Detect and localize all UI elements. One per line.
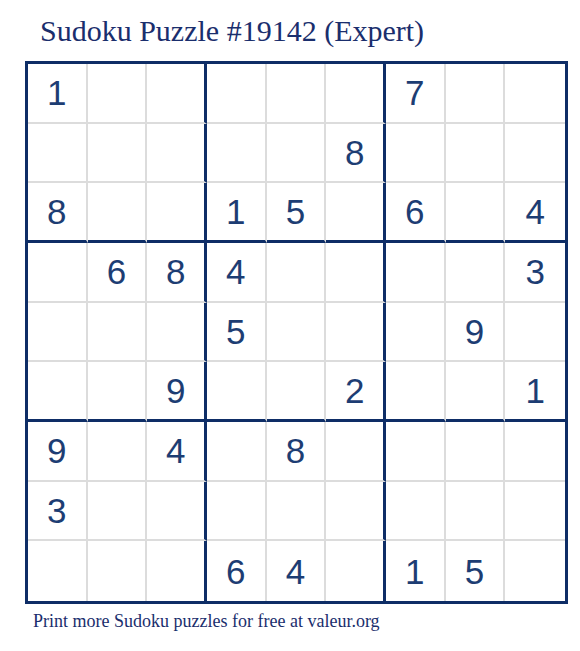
cell-r7c4 (207, 422, 267, 482)
cell-r7c6 (326, 422, 386, 482)
cell-r9c5: 4 (267, 541, 327, 601)
cell-r2c4 (207, 124, 267, 184)
sudoku-page: Sudoku Puzzle #19142 (Expert) 1788156468… (0, 0, 580, 651)
cell-r5c9 (505, 303, 565, 363)
cell-r1c7: 7 (386, 64, 446, 124)
cell-r4c3: 8 (147, 243, 207, 303)
page-title: Sudoku Puzzle #19142 (Expert) (40, 14, 424, 48)
cell-r7c7 (386, 422, 446, 482)
cell-r3c3 (147, 183, 207, 243)
cell-r5c5 (267, 303, 327, 363)
cell-r3c5: 5 (267, 183, 327, 243)
cell-r3c8 (446, 183, 506, 243)
cell-r7c5: 8 (267, 422, 327, 482)
cell-r4c9: 3 (505, 243, 565, 303)
cell-r6c7 (386, 362, 446, 422)
cell-r8c8 (446, 482, 506, 542)
cell-r4c5 (267, 243, 327, 303)
cell-r8c1: 3 (28, 482, 88, 542)
sudoku-board: 1788156468435992194836415 (25, 61, 568, 604)
cell-r3c6 (326, 183, 386, 243)
cell-r1c6 (326, 64, 386, 124)
cell-r9c1 (28, 541, 88, 601)
cell-r1c5 (267, 64, 327, 124)
cell-r7c2 (88, 422, 148, 482)
cell-r3c1: 8 (28, 183, 88, 243)
cell-r6c5 (267, 362, 327, 422)
cell-r4c1 (28, 243, 88, 303)
cell-r1c1: 1 (28, 64, 88, 124)
footer-text: Print more Sudoku puzzles for free at va… (33, 611, 380, 632)
cell-r4c2: 6 (88, 243, 148, 303)
cell-r2c7 (386, 124, 446, 184)
cell-r9c8: 5 (446, 541, 506, 601)
cell-r8c7 (386, 482, 446, 542)
cell-r7c9 (505, 422, 565, 482)
cell-r9c6 (326, 541, 386, 601)
cell-r5c8: 9 (446, 303, 506, 363)
cell-r6c1 (28, 362, 88, 422)
cell-r2c8 (446, 124, 506, 184)
cell-r8c4 (207, 482, 267, 542)
cell-r6c8 (446, 362, 506, 422)
cell-r5c1 (28, 303, 88, 363)
cell-r4c7 (386, 243, 446, 303)
cell-r9c9 (505, 541, 565, 601)
cell-r7c1: 9 (28, 422, 88, 482)
cell-r6c3: 9 (147, 362, 207, 422)
cell-r9c2 (88, 541, 148, 601)
cell-r8c3 (147, 482, 207, 542)
cell-r8c5 (267, 482, 327, 542)
cell-r2c2 (88, 124, 148, 184)
cell-r4c8 (446, 243, 506, 303)
cell-r1c2 (88, 64, 148, 124)
cell-r2c3 (147, 124, 207, 184)
cell-r6c6: 2 (326, 362, 386, 422)
cell-r1c8 (446, 64, 506, 124)
cell-r5c4: 5 (207, 303, 267, 363)
cell-r5c7 (386, 303, 446, 363)
cell-r2c5 (267, 124, 327, 184)
cell-r4c6 (326, 243, 386, 303)
cell-r8c2 (88, 482, 148, 542)
cell-r7c3: 4 (147, 422, 207, 482)
cell-r5c6 (326, 303, 386, 363)
cell-r1c9 (505, 64, 565, 124)
cell-r1c4 (207, 64, 267, 124)
cell-r6c2 (88, 362, 148, 422)
cell-r9c7: 1 (386, 541, 446, 601)
cell-r2c6: 8 (326, 124, 386, 184)
cell-r9c3 (147, 541, 207, 601)
cell-r3c2 (88, 183, 148, 243)
cell-r1c3 (147, 64, 207, 124)
cell-r4c4: 4 (207, 243, 267, 303)
cell-r9c4: 6 (207, 541, 267, 601)
cell-r2c1 (28, 124, 88, 184)
cell-r6c9: 1 (505, 362, 565, 422)
cell-r3c4: 1 (207, 183, 267, 243)
cell-r3c7: 6 (386, 183, 446, 243)
cell-r8c9 (505, 482, 565, 542)
cell-r8c6 (326, 482, 386, 542)
cell-r5c2 (88, 303, 148, 363)
cell-r2c9 (505, 124, 565, 184)
cell-r5c3 (147, 303, 207, 363)
cell-r7c8 (446, 422, 506, 482)
cell-r3c9: 4 (505, 183, 565, 243)
cell-r6c4 (207, 362, 267, 422)
